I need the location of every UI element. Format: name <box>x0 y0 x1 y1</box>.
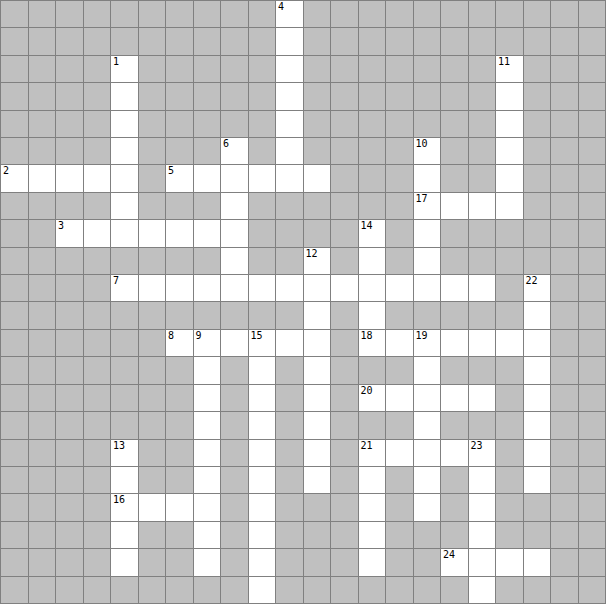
grid-cell <box>331 385 358 411</box>
grid-cell <box>579 56 606 82</box>
grid-cell <box>331 28 358 54</box>
grid-cell <box>139 193 166 219</box>
grid-cell <box>414 1 441 27</box>
grid-cell[interactable] <box>359 467 386 493</box>
grid-cell <box>221 357 248 383</box>
grid-cell[interactable] <box>276 56 303 82</box>
grid-cell <box>29 56 56 82</box>
grid-cell[interactable]: 14 <box>359 220 386 246</box>
grid-cell <box>551 577 578 603</box>
grid-cell <box>386 248 413 274</box>
grid-cell[interactable] <box>304 330 331 356</box>
grid-cell[interactable] <box>276 28 303 54</box>
grid-cell <box>166 467 193 493</box>
grid-cell <box>496 440 523 466</box>
grid-cell <box>84 385 111 411</box>
grid-cell[interactable] <box>221 220 248 246</box>
grid-cell <box>359 83 386 109</box>
clue-number: 14 <box>361 220 373 232</box>
grid-cell[interactable] <box>496 549 523 575</box>
grid-cell[interactable] <box>194 165 221 191</box>
grid-cell[interactable] <box>469 522 496 548</box>
grid-cell[interactable] <box>441 385 468 411</box>
grid-cell[interactable] <box>414 165 441 191</box>
grid-cell <box>139 467 166 493</box>
grid-cell <box>331 330 358 356</box>
grid-cell <box>111 412 138 438</box>
grid-cell[interactable] <box>194 522 221 548</box>
grid-cell <box>441 494 468 520</box>
clue-number: 2 <box>3 165 9 177</box>
grid-cell <box>249 248 276 274</box>
grid-cell <box>579 412 606 438</box>
grid-cell[interactable] <box>166 494 193 520</box>
grid-cell[interactable] <box>524 357 551 383</box>
grid-cell[interactable]: 16 <box>111 494 138 520</box>
grid-cell <box>276 467 303 493</box>
grid-cell <box>221 28 248 54</box>
grid-cell <box>524 56 551 82</box>
grid-cell <box>249 193 276 219</box>
grid-cell[interactable] <box>276 138 303 164</box>
grid-cell <box>496 220 523 246</box>
grid-cell <box>29 111 56 137</box>
grid-cell <box>29 385 56 411</box>
grid-cell <box>56 494 83 520</box>
clue-number: 19 <box>416 330 428 342</box>
grid-cell[interactable] <box>249 412 276 438</box>
grid-cell[interactable] <box>111 83 138 109</box>
grid-cell <box>139 56 166 82</box>
grid-cell <box>579 494 606 520</box>
grid-cell <box>386 56 413 82</box>
clue-number: 20 <box>361 385 373 397</box>
grid-cell[interactable]: 6 <box>221 138 248 164</box>
grid-cell <box>386 165 413 191</box>
grid-cell[interactable] <box>386 440 413 466</box>
grid-cell[interactable] <box>111 220 138 246</box>
grid-cell <box>56 83 83 109</box>
grid-cell[interactable] <box>414 248 441 274</box>
grid-cell <box>469 165 496 191</box>
grid-cell <box>221 522 248 548</box>
grid-cell <box>304 56 331 82</box>
grid-cell <box>469 1 496 27</box>
grid-cell[interactable] <box>194 275 221 301</box>
grid-cell[interactable]: 7 <box>111 275 138 301</box>
grid-cell <box>84 330 111 356</box>
grid-cell[interactable] <box>276 165 303 191</box>
grid-cell[interactable]: 18 <box>359 330 386 356</box>
clue-number: 24 <box>443 549 455 561</box>
grid-cell[interactable] <box>414 275 441 301</box>
grid-cell <box>249 220 276 246</box>
grid-cell[interactable] <box>249 440 276 466</box>
grid-cell <box>276 494 303 520</box>
grid-cell[interactable] <box>524 467 551 493</box>
grid-cell[interactable] <box>249 522 276 548</box>
grid-cell <box>524 494 551 520</box>
grid-cell <box>194 248 221 274</box>
grid-cell[interactable] <box>166 220 193 246</box>
grid-cell <box>56 357 83 383</box>
grid-cell <box>139 330 166 356</box>
grid-cell <box>1 193 28 219</box>
grid-cell <box>414 83 441 109</box>
grid-cell <box>84 577 111 603</box>
grid-cell <box>551 412 578 438</box>
grid-cell <box>29 220 56 246</box>
grid-cell <box>579 385 606 411</box>
grid-cell <box>29 275 56 301</box>
grid-cell <box>276 440 303 466</box>
grid-cell[interactable] <box>304 302 331 328</box>
grid-cell[interactable] <box>524 302 551 328</box>
grid-cell[interactable] <box>139 220 166 246</box>
grid-cell[interactable] <box>304 467 331 493</box>
grid-cell[interactable] <box>249 357 276 383</box>
grid-cell <box>359 111 386 137</box>
grid-cell <box>441 1 468 27</box>
grid-cell <box>221 577 248 603</box>
clue-number: 13 <box>113 440 125 452</box>
grid-cell[interactable]: 22 <box>524 275 551 301</box>
grid-cell <box>331 302 358 328</box>
grid-cell[interactable] <box>194 220 221 246</box>
grid-cell[interactable] <box>469 385 496 411</box>
grid-cell[interactable] <box>441 440 468 466</box>
grid-cell[interactable] <box>524 440 551 466</box>
grid-cell <box>1 494 28 520</box>
grid-cell[interactable]: 21 <box>359 440 386 466</box>
grid-cell <box>551 138 578 164</box>
grid-cell[interactable] <box>359 302 386 328</box>
grid-cell[interactable] <box>469 577 496 603</box>
grid-cell[interactable] <box>414 440 441 466</box>
grid-cell <box>386 220 413 246</box>
grid-cell[interactable] <box>111 193 138 219</box>
grid-cell[interactable] <box>194 549 221 575</box>
grid-cell <box>331 220 358 246</box>
grid-cell <box>194 111 221 137</box>
grid-cell[interactable] <box>469 330 496 356</box>
grid-cell[interactable] <box>221 275 248 301</box>
grid-cell[interactable] <box>84 220 111 246</box>
grid-cell[interactable]: 23 <box>469 440 496 466</box>
grid-cell[interactable] <box>84 165 111 191</box>
grid-cell[interactable] <box>221 248 248 274</box>
grid-cell[interactable]: 5 <box>166 165 193 191</box>
grid-cell[interactable] <box>139 494 166 520</box>
grid-cell <box>469 83 496 109</box>
grid-cell[interactable]: 2 <box>1 165 28 191</box>
grid-cell[interactable] <box>524 412 551 438</box>
grid-cell[interactable] <box>304 357 331 383</box>
grid-cell[interactable] <box>194 357 221 383</box>
grid-cell[interactable] <box>386 275 413 301</box>
grid-cell[interactable] <box>111 549 138 575</box>
grid-cell[interactable] <box>331 275 358 301</box>
grid-cell[interactable] <box>469 549 496 575</box>
grid-cell[interactable]: 11 <box>496 56 523 82</box>
grid-cell[interactable] <box>249 467 276 493</box>
grid-cell[interactable] <box>111 111 138 137</box>
grid-cell[interactable]: 4 <box>276 1 303 27</box>
grid-cell <box>29 522 56 548</box>
grid-cell[interactable] <box>304 165 331 191</box>
grid-cell <box>1 549 28 575</box>
grid-cell[interactable] <box>111 138 138 164</box>
grid-cell <box>304 193 331 219</box>
grid-cell[interactable] <box>414 412 441 438</box>
grid-cell[interactable] <box>441 193 468 219</box>
grid-cell[interactable] <box>359 494 386 520</box>
grid-cell <box>331 440 358 466</box>
grid-cell <box>29 1 56 27</box>
grid-cell[interactable] <box>441 275 468 301</box>
grid-cell[interactable] <box>304 385 331 411</box>
grid-cell[interactable]: 10 <box>414 138 441 164</box>
grid-cell <box>441 28 468 54</box>
clue-number: 7 <box>113 275 119 287</box>
grid-cell <box>276 302 303 328</box>
grid-cell <box>139 111 166 137</box>
grid-cell <box>29 330 56 356</box>
grid-cell <box>496 248 523 274</box>
grid-cell <box>221 302 248 328</box>
grid-cell[interactable] <box>249 385 276 411</box>
grid-cell[interactable] <box>194 412 221 438</box>
grid-cell[interactable] <box>194 440 221 466</box>
grid-cell <box>29 193 56 219</box>
grid-cell[interactable] <box>386 330 413 356</box>
grid-cell <box>386 412 413 438</box>
grid-cell <box>29 302 56 328</box>
grid-cell[interactable] <box>496 138 523 164</box>
grid-cell <box>29 440 56 466</box>
grid-cell <box>249 1 276 27</box>
grid-cell <box>56 138 83 164</box>
grid-cell <box>386 193 413 219</box>
clue-number: 3 <box>58 220 64 232</box>
grid-cell <box>139 357 166 383</box>
grid-cell[interactable] <box>139 275 166 301</box>
grid-cell <box>276 412 303 438</box>
grid-cell[interactable] <box>249 165 276 191</box>
grid-cell[interactable]: 3 <box>56 220 83 246</box>
grid-cell <box>84 28 111 54</box>
grid-cell[interactable] <box>221 193 248 219</box>
grid-cell[interactable] <box>359 522 386 548</box>
grid-cell[interactable] <box>359 275 386 301</box>
grid-cell[interactable]: 15 <box>249 330 276 356</box>
grid-cell <box>496 412 523 438</box>
grid-cell <box>441 412 468 438</box>
grid-cell <box>551 467 578 493</box>
grid-cell <box>139 138 166 164</box>
grid-cell <box>359 138 386 164</box>
grid-cell <box>551 494 578 520</box>
grid-cell <box>386 28 413 54</box>
grid-cell <box>139 577 166 603</box>
grid-cell[interactable] <box>414 385 441 411</box>
grid-cell <box>524 577 551 603</box>
grid-cell <box>56 440 83 466</box>
grid-cell[interactable] <box>304 440 331 466</box>
grid-cell[interactable] <box>249 275 276 301</box>
grid-cell[interactable] <box>194 494 221 520</box>
grid-cell[interactable] <box>496 83 523 109</box>
grid-cell[interactable]: 19 <box>414 330 441 356</box>
grid-cell <box>496 1 523 27</box>
grid-cell <box>221 412 248 438</box>
grid-cell <box>386 83 413 109</box>
grid-cell <box>304 83 331 109</box>
grid-cell[interactable] <box>249 549 276 575</box>
grid-cell <box>84 440 111 466</box>
grid-cell <box>414 302 441 328</box>
grid-cell <box>111 357 138 383</box>
grid-cell <box>304 549 331 575</box>
grid-cell[interactable] <box>166 275 193 301</box>
grid-cell <box>304 111 331 137</box>
grid-cell[interactable] <box>276 83 303 109</box>
grid-cell <box>276 549 303 575</box>
grid-cell <box>276 357 303 383</box>
grid-cell[interactable] <box>386 385 413 411</box>
grid-cell[interactable] <box>496 330 523 356</box>
grid-cell <box>331 248 358 274</box>
grid-cell <box>551 330 578 356</box>
grid-cell <box>579 220 606 246</box>
grid-cell <box>56 549 83 575</box>
grid-cell[interactable] <box>496 193 523 219</box>
grid-cell <box>579 28 606 54</box>
grid-cell <box>1 467 28 493</box>
grid-cell <box>441 165 468 191</box>
grid-cell[interactable] <box>469 275 496 301</box>
grid-cell[interactable] <box>359 549 386 575</box>
grid-cell <box>386 467 413 493</box>
grid-cell[interactable]: 20 <box>359 385 386 411</box>
grid-cell[interactable] <box>524 385 551 411</box>
grid-cell <box>551 220 578 246</box>
grid-cell[interactable] <box>194 467 221 493</box>
grid-cell[interactable] <box>221 165 248 191</box>
grid-cell <box>249 111 276 137</box>
grid-cell <box>1 412 28 438</box>
grid-cell <box>221 440 248 466</box>
grid-cell <box>551 357 578 383</box>
grid-cell <box>139 549 166 575</box>
grid-cell <box>524 28 551 54</box>
grid-cell[interactable] <box>469 467 496 493</box>
grid-cell <box>139 165 166 191</box>
grid-cell[interactable]: 8 <box>166 330 193 356</box>
grid-cell[interactable] <box>276 275 303 301</box>
grid-cell <box>29 494 56 520</box>
clue-number: 16 <box>113 494 125 506</box>
grid-cell[interactable] <box>441 330 468 356</box>
grid-cell[interactable] <box>304 412 331 438</box>
grid-cell <box>221 467 248 493</box>
grid-cell <box>524 83 551 109</box>
grid-cell <box>194 193 221 219</box>
grid-cell[interactable] <box>111 522 138 548</box>
grid-cell[interactable] <box>469 193 496 219</box>
grid-cell[interactable]: 13 <box>111 440 138 466</box>
grid-cell[interactable] <box>221 330 248 356</box>
grid-cell <box>331 83 358 109</box>
grid-cell[interactable] <box>29 165 56 191</box>
grid-cell[interactable] <box>111 165 138 191</box>
grid-cell <box>359 577 386 603</box>
grid-cell <box>56 330 83 356</box>
grid-cell <box>139 522 166 548</box>
grid-cell[interactable] <box>249 577 276 603</box>
grid-cell <box>304 522 331 548</box>
grid-cell <box>331 1 358 27</box>
grid-cell[interactable] <box>469 494 496 520</box>
grid-cell[interactable] <box>276 330 303 356</box>
grid-cell[interactable] <box>359 248 386 274</box>
grid-cell[interactable] <box>249 494 276 520</box>
grid-cell <box>469 220 496 246</box>
grid-cell <box>1 220 28 246</box>
grid-cell <box>29 248 56 274</box>
grid-cell[interactable] <box>194 385 221 411</box>
grid-cell[interactable] <box>304 275 331 301</box>
grid-cell <box>551 28 578 54</box>
grid-cell <box>111 28 138 54</box>
grid-cell <box>579 193 606 219</box>
grid-cell <box>166 522 193 548</box>
grid-cell <box>84 522 111 548</box>
grid-cell[interactable] <box>414 220 441 246</box>
grid-cell <box>1 330 28 356</box>
grid-cell <box>249 138 276 164</box>
grid-cell <box>84 412 111 438</box>
grid-cell <box>249 302 276 328</box>
grid-cell <box>84 193 111 219</box>
grid-cell <box>1 1 28 27</box>
grid-cell[interactable] <box>414 494 441 520</box>
grid-cell[interactable] <box>414 357 441 383</box>
grid-cell[interactable]: 17 <box>414 193 441 219</box>
grid-cell[interactable] <box>111 467 138 493</box>
grid-cell[interactable] <box>524 549 551 575</box>
grid-cell[interactable] <box>496 165 523 191</box>
grid-cell <box>111 577 138 603</box>
grid-cell <box>441 220 468 246</box>
grid-cell[interactable]: 24 <box>441 549 468 575</box>
grid-cell[interactable] <box>56 165 83 191</box>
grid-cell <box>441 83 468 109</box>
grid-cell <box>194 577 221 603</box>
grid-cell[interactable] <box>496 111 523 137</box>
grid-cell <box>84 275 111 301</box>
grid-cell[interactable] <box>276 111 303 137</box>
grid-cell[interactable]: 9 <box>194 330 221 356</box>
grid-cell[interactable]: 12 <box>304 248 331 274</box>
grid-cell[interactable] <box>414 467 441 493</box>
grid-cell[interactable] <box>524 330 551 356</box>
clue-number: 5 <box>168 165 174 177</box>
grid-cell[interactable]: 1 <box>111 56 138 82</box>
grid-cell <box>551 440 578 466</box>
grid-cell <box>56 1 83 27</box>
grid-cell <box>551 248 578 274</box>
